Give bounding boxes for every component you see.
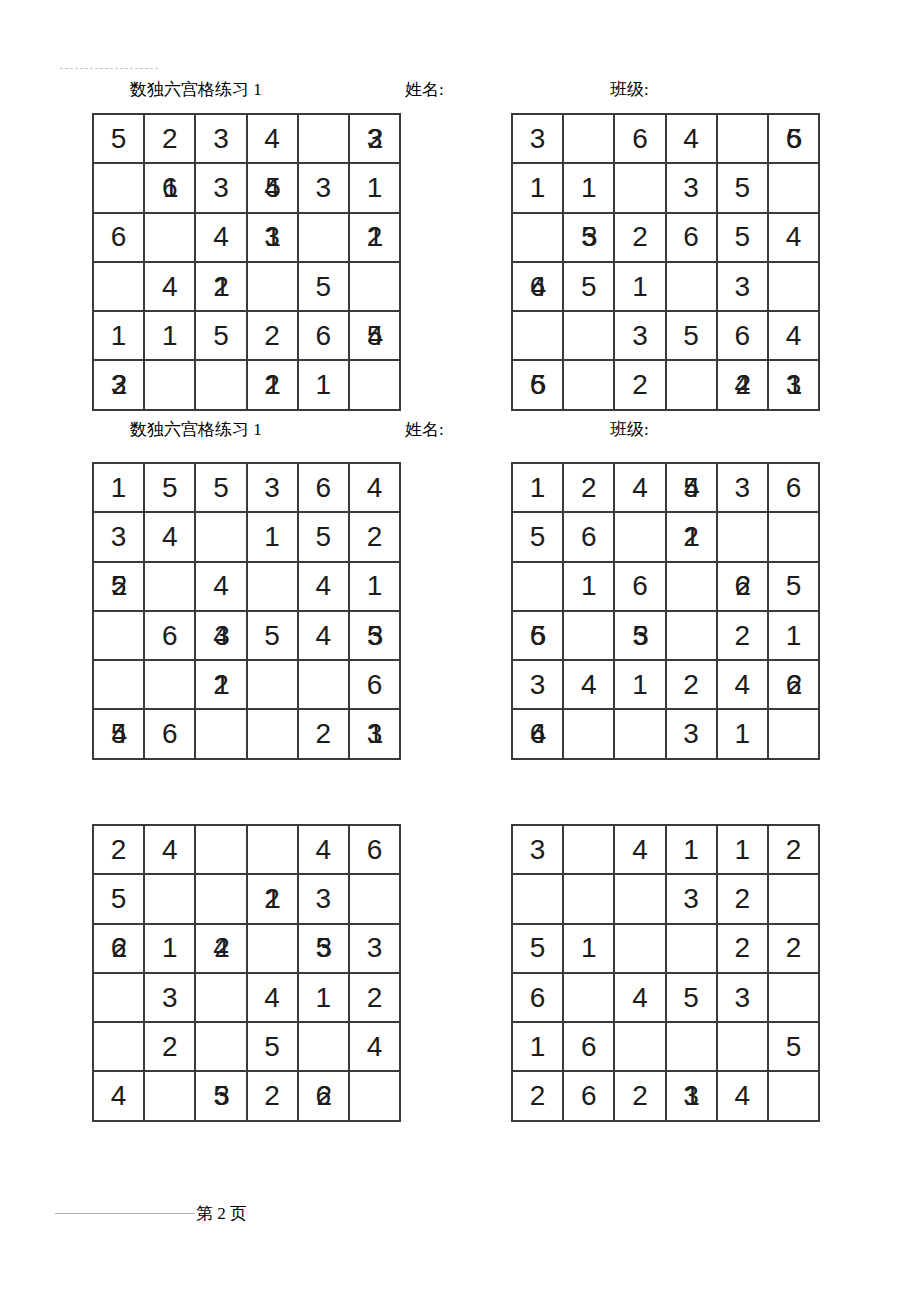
sudoku-grid-6: 341123251226453165262314 [511, 824, 820, 1122]
sudoku-cell-r4c5[interactable]: 5 [299, 263, 348, 310]
sudoku-cell-r6c2[interactable]: 6 [564, 1072, 613, 1119]
sudoku-cell-r1c1[interactable]: 1 [513, 464, 562, 511]
cell-digit: 6 [632, 572, 648, 600]
cell-digit-overlap: 1 [265, 371, 281, 399]
sudoku-cell-r4c4[interactable]: 5 [248, 612, 297, 659]
sudoku-cell-r4c6[interactable]: 2 [350, 974, 399, 1021]
cell-digit-overlap: 4 [684, 474, 700, 502]
sudoku-cell-r6c1[interactable]: 2 [513, 1072, 562, 1119]
sudoku-cell-r3c2[interactable]: 1 [564, 563, 613, 610]
cell-digit-overlap: 4 [531, 720, 547, 748]
cell-digit: 6 [735, 322, 751, 350]
sudoku-cell-r2c5[interactable]: 3 [299, 164, 348, 211]
sudoku-cell-r1c5[interactable] [299, 115, 348, 162]
sudoku-cell-r3c6[interactable]: 21 [350, 214, 399, 261]
sudoku-cell-r5c5[interactable] [299, 1023, 348, 1070]
sudoku-cell-r1c5[interactable]: 3 [718, 464, 767, 511]
sudoku-cell-r6c1[interactable]: 4 [94, 1072, 143, 1119]
sudoku-cell-r6c6[interactable]: 31 [769, 361, 818, 408]
worksheet-title-1: 数独六宫格练习 1 [130, 78, 262, 101]
cell-digit: 3 [264, 474, 280, 502]
sudoku-cell-r3c6[interactable]: 5 [769, 563, 818, 610]
sudoku-cell-r2c4[interactable]: 3 [667, 164, 716, 211]
sudoku-cell-r1c3[interactable]: 6 [615, 115, 664, 162]
sudoku-cell-r6c2[interactable] [145, 361, 194, 408]
sudoku-cell-r5c5[interactable]: 6 [299, 312, 348, 359]
cell-digit-overlap: 5 [265, 174, 281, 202]
cell-digit-overlap: 2 [214, 934, 230, 962]
sudoku-cell-r6c3[interactable] [196, 361, 245, 408]
sudoku-cell-r4c2[interactable] [564, 612, 613, 659]
sudoku-cell-r4c4[interactable] [667, 263, 716, 310]
cell-digit-overlap: 1 [265, 885, 281, 913]
sudoku-cell-r5c4[interactable]: 5 [248, 1023, 297, 1070]
sudoku-cell-r3c4[interactable]: 31 [248, 214, 297, 261]
sudoku-cell-r4c1[interactable] [94, 263, 143, 310]
sudoku-cell-r3c5[interactable]: 2 [718, 925, 767, 972]
cell-digit: 3 [111, 523, 127, 551]
sudoku-cell-r1c4[interactable]: 4 [667, 115, 716, 162]
sudoku-cell-r2c6[interactable] [769, 164, 818, 211]
sudoku-cell-r4c5[interactable]: 2 [718, 612, 767, 659]
cell-digit: 2 [162, 125, 178, 153]
sudoku-cell-r5c4[interactable] [667, 1023, 716, 1070]
sudoku-cell-r6c1[interactable]: 64 [513, 710, 562, 757]
cell-digit: 2 [735, 885, 751, 913]
sudoku-cell-r6c3[interactable] [615, 710, 664, 757]
sudoku-cell-r2c4[interactable]: 21 [667, 513, 716, 560]
sudoku-cell-r6c6[interactable] [769, 710, 818, 757]
sudoku-cell-r2c5[interactable]: 3 [299, 875, 348, 922]
sudoku-cell-r2c1[interactable]: 5 [94, 875, 143, 922]
sudoku-cell-r1c1[interactable]: 5 [94, 115, 143, 162]
sudoku-cell-r1c6[interactable]: 6 [769, 464, 818, 511]
sudoku-cell-r6c1[interactable]: 65 [513, 361, 562, 408]
sudoku-cell-r4c2[interactable] [564, 974, 613, 1021]
sudoku-cell-r5c4[interactable] [248, 661, 297, 708]
sudoku-grid-4: 124543656211662565532134124626431 [511, 462, 820, 760]
sudoku-cell-r3c2[interactable] [145, 214, 194, 261]
sudoku-cell-r6c1[interactable]: 32 [94, 361, 143, 408]
sudoku-cell-r4c2[interactable]: 6 [145, 612, 194, 659]
sudoku-cell-r3c5[interactable] [299, 214, 348, 261]
sudoku-cell-r5c1[interactable]: 3 [513, 661, 562, 708]
cell-digit-overlap: 2 [736, 371, 752, 399]
sudoku-cell-r6c5[interactable]: 42 [718, 361, 767, 408]
sudoku-cell-r6c6[interactable] [769, 1072, 818, 1119]
sudoku-cell-r5c6[interactable]: 6 [350, 661, 399, 708]
sudoku-cell-r4c2[interactable]: 3 [145, 974, 194, 1021]
sudoku-cell-r2c2[interactable]: 4 [145, 513, 194, 560]
sudoku-cell-r2c2[interactable] [564, 875, 613, 922]
cell-digit: 2 [264, 1082, 280, 1110]
sudoku-cell-r1c3[interactable]: 4 [615, 826, 664, 873]
sudoku-cell-r4c5[interactable]: 3 [718, 974, 767, 1021]
sudoku-cell-r3c4[interactable] [667, 563, 716, 610]
sudoku-cell-r2c3[interactable]: 3 [196, 164, 245, 211]
sudoku-cell-r1c1[interactable]: 1 [94, 464, 143, 511]
sudoku-cell-r6c4[interactable]: 3 [667, 710, 716, 757]
sudoku-cell-r5c4[interactable]: 2 [667, 661, 716, 708]
sudoku-cell-r6c5[interactable]: 62 [299, 1072, 348, 1119]
cell-digit: 4 [632, 474, 648, 502]
sudoku-cell-r3c1[interactable]: 52 [94, 563, 143, 610]
cell-digit: 3 [632, 322, 648, 350]
sudoku-cell-r4c3[interactable]: 21 [196, 263, 245, 310]
sudoku-cell-r4c6[interactable]: 1 [769, 612, 818, 659]
sudoku-cell-r1c2[interactable]: 4 [145, 826, 194, 873]
sudoku-cell-r3c3[interactable]: 42 [196, 925, 245, 972]
sudoku-cell-r3c4[interactable] [248, 563, 297, 610]
sudoku-cell-r4c6[interactable] [350, 263, 399, 310]
sudoku-cell-r1c6[interactable]: 2 [769, 826, 818, 873]
cell-digit-overlap: 4 [112, 720, 128, 748]
sudoku-cell-r1c5[interactable]: 6 [299, 464, 348, 511]
sudoku-cell-r4c6[interactable] [769, 263, 818, 310]
cell-digit: 1 [530, 1033, 546, 1061]
sudoku-cell-r1c4[interactable]: 1 [667, 826, 716, 873]
cell-digit: 1 [632, 671, 648, 699]
cell-digit: 5 [111, 125, 127, 153]
sudoku-cell-r6c1[interactable]: 54 [94, 710, 143, 757]
sudoku-grid-3: 15536434152524416435453216546231 [92, 462, 401, 760]
sudoku-cell-r5c2[interactable] [564, 312, 613, 359]
sudoku-cell-r1c4[interactable] [248, 826, 297, 873]
sudoku-cell-r5c3[interactable] [196, 1023, 245, 1070]
sudoku-cell-r3c5[interactable]: 53 [299, 925, 348, 972]
sudoku-cell-r1c1[interactable]: 2 [94, 826, 143, 873]
cell-digit: 2 [632, 371, 648, 399]
sudoku-cell-r5c3[interactable]: 1 [615, 661, 664, 708]
sudoku-cell-r1c5[interactable]: 1 [718, 826, 767, 873]
sudoku-cell-r4c1[interactable]: 6 [513, 974, 562, 1021]
sudoku-cell-r5c1[interactable] [94, 1023, 143, 1070]
name-label-1: 姓名: [405, 78, 444, 101]
sudoku-cell-r2c6[interactable] [769, 513, 818, 560]
cell-digit: 6 [162, 720, 178, 748]
sudoku-cell-r5c2[interactable] [145, 661, 194, 708]
sudoku-cell-r3c4[interactable]: 6 [667, 214, 716, 261]
sudoku-cell-r2c6[interactable]: 2 [350, 513, 399, 560]
sudoku-cell-r4c4[interactable]: 5 [667, 974, 716, 1021]
sudoku-cell-r1c6[interactable]: 6 [350, 826, 399, 873]
sudoku-cell-r4c5[interactable]: 3 [718, 263, 767, 310]
name-label-2: 姓名: [405, 418, 444, 441]
sudoku-cell-r1c6[interactable]: 32 [350, 115, 399, 162]
cell-digit: 3 [367, 934, 383, 962]
sudoku-cell-r6c5[interactable]: 1 [299, 361, 348, 408]
sudoku-cell-r3c1[interactable] [513, 563, 562, 610]
sudoku-cell-r2c5[interactable]: 5 [299, 513, 348, 560]
sudoku-cell-r5c5[interactable]: 4 [718, 661, 767, 708]
sudoku-cell-r2c3[interactable] [615, 164, 664, 211]
sudoku-cell-r1c3[interactable]: 4 [615, 464, 664, 511]
sudoku-cell-r6c4[interactable]: 21 [248, 361, 297, 408]
sudoku-cell-r2c4[interactable]: 1 [248, 513, 297, 560]
sudoku-cell-r1c5[interactable]: 4 [299, 826, 348, 873]
sudoku-cell-r3c6[interactable]: 1 [350, 563, 399, 610]
cell-digit: 2 [786, 836, 802, 864]
sudoku-cell-r6c4[interactable] [667, 361, 716, 408]
sudoku-cell-r5c5[interactable]: 6 [718, 312, 767, 359]
sudoku-cell-r3c1[interactable]: 62 [94, 925, 143, 972]
sudoku-cell-r2c3[interactable] [615, 875, 664, 922]
sudoku-cell-r5c2[interactable]: 1 [145, 312, 194, 359]
cell-digit: 2 [632, 223, 648, 251]
sudoku-cell-r4c1[interactable]: 65 [513, 612, 562, 659]
sudoku-cell-r5c6[interactable]: 54 [350, 312, 399, 359]
cell-digit: 1 [786, 622, 802, 650]
sudoku-cell-r1c1[interactable]: 3 [513, 826, 562, 873]
sudoku-cell-r2c1[interactable]: 5 [513, 513, 562, 560]
sudoku-cell-r5c3[interactable]: 3 [615, 312, 664, 359]
cell-digit: 1 [111, 474, 127, 502]
sudoku-cell-r4c4[interactable]: 4 [248, 974, 297, 1021]
sudoku-cell-r6c6[interactable]: 31 [350, 710, 399, 757]
sudoku-cell-r6c6[interactable] [350, 1072, 399, 1119]
sudoku-cell-r5c3[interactable] [615, 1023, 664, 1070]
sudoku-cell-r2c3[interactable] [615, 513, 664, 560]
sudoku-cell-r3c2[interactable]: 1 [564, 925, 613, 972]
sudoku-cell-r2c2[interactable]: 1 [564, 164, 613, 211]
cell-digit-overlap: 3 [633, 622, 649, 650]
sudoku-cell-r5c1[interactable]: 1 [94, 312, 143, 359]
cell-digit: 4 [735, 1082, 751, 1110]
sudoku-cell-r1c2[interactable]: 2 [564, 464, 613, 511]
class-label-2: 班级: [610, 418, 649, 441]
cell-digit: 3 [683, 885, 699, 913]
sudoku-cell-r6c2[interactable] [564, 361, 613, 408]
sudoku-cell-r1c4[interactable]: 54 [667, 464, 716, 511]
sudoku-cell-r3c4[interactable] [667, 925, 716, 972]
cell-digit: 6 [581, 1033, 597, 1061]
sudoku-cell-r2c1[interactable]: 1 [513, 164, 562, 211]
sudoku-cell-r2c6[interactable]: 1 [350, 164, 399, 211]
cell-digit-overlap: 1 [265, 223, 281, 251]
sudoku-cell-r2c6[interactable] [769, 875, 818, 922]
page-number-label: 第 2 页 [196, 1202, 247, 1225]
sudoku-cell-r1c4[interactable]: 4 [248, 115, 297, 162]
sudoku-cell-r3c6[interactable]: 4 [769, 214, 818, 261]
sudoku-cell-r2c4[interactable]: 21 [248, 875, 297, 922]
sudoku-cell-r2c3[interactable] [196, 875, 245, 922]
sudoku-cell-r1c5[interactable] [718, 115, 767, 162]
sudoku-cell-r5c6[interactable]: 5 [769, 1023, 818, 1070]
cell-digit: 2 [367, 523, 383, 551]
sudoku-cell-r6c4[interactable]: 31 [667, 1072, 716, 1119]
sudoku-cell-r6c6[interactable] [350, 361, 399, 408]
sudoku-cell-r2c1[interactable] [513, 875, 562, 922]
sudoku-cell-r4c3[interactable]: 4 [615, 974, 664, 1021]
sudoku-cell-r2c2[interactable]: 61 [145, 164, 194, 211]
sudoku-cell-r5c1[interactable]: 1 [513, 1023, 562, 1070]
sudoku-cell-r2c6[interactable] [350, 875, 399, 922]
sudoku-cell-r1c3[interactable] [196, 826, 245, 873]
sudoku-cell-r3c4[interactable] [248, 925, 297, 972]
sudoku-cell-r2c1[interactable] [94, 164, 143, 211]
cell-digit-overlap: 3 [582, 223, 598, 251]
cell-digit: 3 [316, 174, 332, 202]
cell-digit: 5 [111, 885, 127, 913]
sudoku-cell-r1c6[interactable]: 4 [350, 464, 399, 511]
sudoku-cell-r6c3[interactable]: 2 [615, 361, 664, 408]
sudoku-cell-r2c5[interactable]: 5 [718, 164, 767, 211]
cell-digit-overlap: 3 [214, 1082, 230, 1110]
sudoku-cell-r4c5[interactable]: 4 [299, 612, 348, 659]
cell-digit-overlap: 2 [317, 1082, 333, 1110]
cell-digit: 1 [735, 720, 751, 748]
sudoku-cell-r5c2[interactable]: 2 [145, 1023, 194, 1070]
cell-digit-overlap: 1 [787, 371, 803, 399]
cell-digit: 6 [581, 523, 597, 551]
sudoku-cell-r2c5[interactable]: 2 [718, 875, 767, 922]
sudoku-cell-r4c3[interactable]: 53 [615, 612, 664, 659]
sudoku-cell-r1c3[interactable]: 5 [196, 464, 245, 511]
sudoku-cell-r3c2[interactable] [145, 563, 194, 610]
sudoku-cell-r4c3[interactable]: 1 [615, 263, 664, 310]
sudoku-cell-r3c5[interactable]: 4 [299, 563, 348, 610]
sudoku-cell-r5c6[interactable]: 62 [769, 661, 818, 708]
sudoku-cell-r3c5[interactable]: 62 [718, 563, 767, 610]
sudoku-cell-r1c4[interactable]: 3 [248, 464, 297, 511]
sudoku-cell-r2c4[interactable]: 3 [667, 875, 716, 922]
cell-digit-overlap: 1 [214, 273, 230, 301]
cell-digit: 6 [367, 836, 383, 864]
sudoku-cell-r4c2[interactable]: 4 [145, 263, 194, 310]
cell-digit: 5 [530, 934, 546, 962]
sudoku-cell-r4c4[interactable] [667, 612, 716, 659]
cell-digit: 2 [632, 1082, 648, 1110]
cell-digit: 1 [316, 984, 332, 1012]
cell-digit: 3 [735, 474, 751, 502]
sudoku-cell-r2c2[interactable]: 6 [564, 513, 613, 560]
cell-digit-overlap: 5 [531, 622, 547, 650]
sudoku-cell-r2c3[interactable] [196, 513, 245, 560]
cell-digit: 6 [683, 223, 699, 251]
cell-digit: 4 [316, 572, 332, 600]
sudoku-cell-r5c6[interactable]: 4 [769, 312, 818, 359]
sudoku-cell-r3c3[interactable]: 4 [196, 563, 245, 610]
sudoku-cell-r6c3[interactable]: 2 [615, 1072, 664, 1119]
sudoku-cell-r2c5[interactable] [718, 513, 767, 560]
sudoku-cell-r5c3[interactable]: 5 [196, 312, 245, 359]
cell-digit: 5 [213, 322, 229, 350]
sudoku-cell-r4c1[interactable]: 64 [513, 263, 562, 310]
sudoku-cell-r4c6[interactable]: 53 [350, 612, 399, 659]
cell-digit: 2 [786, 934, 802, 962]
sudoku-cell-r1c6[interactable]: 65 [769, 115, 818, 162]
sudoku-cell-r6c2[interactable] [564, 710, 613, 757]
sudoku-cell-r4c3[interactable] [196, 974, 245, 1021]
cell-digit: 5 [264, 1033, 280, 1061]
sudoku-cell-r3c6[interactable]: 3 [350, 925, 399, 972]
cell-digit: 4 [264, 125, 280, 153]
cell-digit-overlap: 4 [368, 322, 384, 350]
cell-digit: 1 [264, 523, 280, 551]
cell-digit-overlap: 1 [684, 1082, 700, 1110]
top-dashed-rule [60, 68, 158, 69]
sudoku-cell-r4c3[interactable]: 43 [196, 612, 245, 659]
sudoku-cell-r5c4[interactable]: 5 [667, 312, 716, 359]
sudoku-cell-r5c5[interactable] [299, 661, 348, 708]
sudoku-cell-r3c1[interactable]: 6 [94, 214, 143, 261]
sudoku-cell-r5c5[interactable] [718, 1023, 767, 1070]
cell-digit: 6 [632, 125, 648, 153]
sudoku-cell-r1c2[interactable] [564, 826, 613, 873]
cell-digit: 2 [111, 836, 127, 864]
sudoku-cell-r3c3[interactable] [615, 925, 664, 972]
sudoku-cell-r2c2[interactable] [145, 875, 194, 922]
sudoku-cell-r6c4[interactable]: 2 [248, 1072, 297, 1119]
sudoku-cell-r4c5[interactable]: 1 [299, 974, 348, 1021]
sudoku-cell-r4c1[interactable] [94, 612, 143, 659]
sudoku-cell-r6c5[interactable]: 2 [299, 710, 348, 757]
sudoku-cell-r3c2[interactable]: 1 [145, 925, 194, 972]
cell-digit: 5 [316, 523, 332, 551]
sudoku-cell-r5c6[interactable]: 4 [350, 1023, 399, 1070]
sudoku-cell-r1c3[interactable]: 3 [196, 115, 245, 162]
cell-digit-overlap: 1 [368, 720, 384, 748]
sudoku-cell-r4c6[interactable] [769, 974, 818, 1021]
cell-digit: 3 [213, 125, 229, 153]
sudoku-cell-r3c5[interactable]: 5 [718, 214, 767, 261]
cell-digit: 1 [111, 322, 127, 350]
cell-digit: 1 [530, 174, 546, 202]
sudoku-cell-r3c3[interactable]: 4 [196, 214, 245, 261]
sudoku-cell-r1c2[interactable]: 5 [145, 464, 194, 511]
sudoku-cell-r4c4[interactable] [248, 263, 297, 310]
sudoku-cell-r3c1[interactable] [513, 214, 562, 261]
cell-digit: 4 [213, 223, 229, 251]
sudoku-cell-r6c5[interactable]: 4 [718, 1072, 767, 1119]
sudoku-cell-r1c2[interactable] [564, 115, 613, 162]
sudoku-cell-r6c3[interactable] [196, 710, 245, 757]
cell-digit: 3 [530, 836, 546, 864]
cell-digit-overlap: 2 [736, 572, 752, 600]
cell-digit: 6 [530, 984, 546, 1012]
sudoku-cell-r5c4[interactable]: 2 [248, 312, 297, 359]
sudoku-cell-r6c4[interactable] [248, 710, 297, 757]
sudoku-cell-r1c1[interactable]: 3 [513, 115, 562, 162]
sudoku-cell-r2c1[interactable]: 3 [94, 513, 143, 560]
sudoku-cell-r6c3[interactable]: 53 [196, 1072, 245, 1119]
cell-digit-overlap: 3 [214, 622, 230, 650]
cell-digit: 3 [683, 174, 699, 202]
class-label-1: 班级: [610, 78, 649, 101]
sudoku-cell-r5c1[interactable] [513, 312, 562, 359]
sudoku-cell-r3c2[interactable]: 53 [564, 214, 613, 261]
sudoku-cell-r5c1[interactable] [94, 661, 143, 708]
sudoku-cell-r5c2[interactable]: 4 [564, 661, 613, 708]
cell-digit: 2 [162, 1033, 178, 1061]
cell-digit-overlap: 2 [112, 572, 128, 600]
sudoku-cell-r6c2[interactable]: 6 [145, 710, 194, 757]
cell-digit: 2 [316, 720, 332, 748]
sudoku-cell-r3c3[interactable]: 2 [615, 214, 664, 261]
cell-digit: 5 [581, 273, 597, 301]
sudoku-cell-r2c4[interactable]: 45 [248, 164, 297, 211]
sudoku-cell-r3c6[interactable]: 2 [769, 925, 818, 972]
sudoku-cell-r6c5[interactable]: 1 [718, 710, 767, 757]
sudoku-cell-r4c1[interactable] [94, 974, 143, 1021]
sudoku-cell-r5c3[interactable]: 21 [196, 661, 245, 708]
sudoku-cell-r5c2[interactable]: 6 [564, 1023, 613, 1070]
sudoku-cell-r6c2[interactable] [145, 1072, 194, 1119]
sudoku-cell-r1c2[interactable]: 2 [145, 115, 194, 162]
sudoku-cell-r4c2[interactable]: 5 [564, 263, 613, 310]
sudoku-cell-r3c1[interactable]: 5 [513, 925, 562, 972]
sudoku-cell-r3c3[interactable]: 6 [615, 563, 664, 610]
